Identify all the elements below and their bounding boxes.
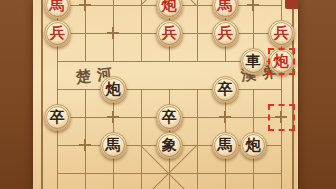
piece-character: 卒	[218, 82, 233, 97]
point-marker	[107, 27, 119, 39]
file-line	[141, 89, 142, 189]
piece-red-soldier[interactable]: 兵	[212, 20, 239, 47]
point-marker-corner	[85, 5, 91, 11]
piece-black-cannon[interactable]: 炮	[240, 132, 267, 159]
piece-character: 象	[162, 138, 177, 153]
piece-black-chariot[interactable]: 車	[240, 48, 267, 75]
piece-red-horse[interactable]: 馬	[44, 0, 71, 19]
point-marker-corner	[85, 145, 91, 151]
piece-black-elephant[interactable]: 象	[156, 132, 183, 159]
piece-red-soldier[interactable]: 兵	[156, 20, 183, 47]
point-marker-corner	[225, 117, 231, 123]
piece-black-soldier[interactable]: 卒	[212, 76, 239, 103]
point-marker	[79, 0, 91, 11]
piece-character: 卒	[50, 110, 65, 125]
app-screen: 楚河 漢界 馬炮馬兵兵兵兵炮車炮卒卒卒馬象馬炮	[0, 0, 336, 189]
piece-black-soldier[interactable]: 卒	[156, 104, 183, 131]
last-move-from-box	[268, 104, 295, 131]
piece-black-horse[interactable]: 馬	[212, 132, 239, 159]
piece-red-soldier[interactable]: 兵	[268, 20, 295, 47]
piece-black-horse[interactable]: 馬	[100, 132, 127, 159]
point-marker	[219, 111, 231, 123]
point-marker	[247, 0, 259, 11]
piece-character: 炮	[162, 0, 177, 13]
piece-red-soldier[interactable]: 兵	[44, 20, 71, 47]
piece-character: 車	[246, 54, 261, 69]
piece-black-soldier[interactable]: 卒	[44, 104, 71, 131]
piece-character: 馬	[218, 138, 233, 153]
last-move-to-box	[268, 48, 295, 75]
point-marker	[79, 139, 91, 151]
board-border-left	[41, 0, 43, 189]
piece-black-cannon[interactable]: 炮	[100, 76, 127, 103]
point-marker-corner	[113, 117, 119, 123]
piece-character: 兵	[50, 26, 65, 41]
file-line	[141, 0, 142, 61]
xiangqi-board[interactable]: 楚河 漢界 馬炮馬兵兵兵兵炮車炮卒卒卒馬象馬炮	[33, 0, 298, 189]
cropped-ui-fragment	[285, 0, 298, 9]
piece-character: 炮	[246, 138, 261, 153]
piece-character: 兵	[274, 26, 289, 41]
piece-character: 馬	[50, 0, 65, 13]
file-line	[197, 0, 198, 61]
letterbox-bar-right	[298, 0, 336, 189]
piece-character: 炮	[106, 82, 121, 97]
piece-red-horse[interactable]: 馬	[212, 0, 239, 19]
file-line	[197, 89, 198, 189]
piece-character: 馬	[218, 0, 233, 13]
piece-red-cannon[interactable]: 炮	[156, 0, 183, 19]
point-marker-corner	[113, 33, 119, 39]
piece-character: 兵	[162, 26, 177, 41]
piece-character: 卒	[162, 110, 177, 125]
letterbox-bar-left	[0, 0, 33, 189]
point-marker	[107, 111, 119, 123]
point-marker-corner	[253, 5, 259, 11]
piece-character: 馬	[106, 138, 121, 153]
piece-character: 兵	[218, 26, 233, 41]
